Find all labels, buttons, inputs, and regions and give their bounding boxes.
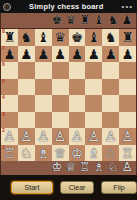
overflow-menu-icon[interactable]: ••• bbox=[122, 0, 133, 13]
black-tray-rook-piece[interactable]: ♜ bbox=[78, 13, 92, 28]
square-h4[interactable] bbox=[119, 95, 136, 112]
square-f8[interactable]: ♝ bbox=[85, 29, 102, 46]
square-b7[interactable]: ♟ bbox=[18, 46, 35, 63]
square-d8[interactable]: ♛ bbox=[52, 29, 69, 46]
rank-label-3: 3 bbox=[2, 112, 5, 117]
square-e4[interactable] bbox=[69, 95, 86, 112]
title-bar: Simply chess board ••• bbox=[0, 0, 137, 13]
black-bishop-piece[interactable]: ♝ bbox=[85, 29, 102, 46]
square-b2[interactable]: ♙ bbox=[18, 128, 35, 145]
black-tray-bishop-piece[interactable]: ♝ bbox=[92, 13, 106, 28]
white-pawn-piece[interactable]: ♙ bbox=[119, 128, 136, 145]
square-a5[interactable]: 5 bbox=[1, 79, 18, 96]
white-pawn-piece[interactable]: ♙ bbox=[102, 128, 119, 145]
white-tray-queen-piece[interactable]: ♕ bbox=[64, 160, 78, 175]
white-knight-piece[interactable]: ♘ bbox=[102, 145, 119, 162]
chess-board: 8♜♞♝♛♚♝♞♜7♟♟♟♟♟♟♟♟65432♙♙♙♙♙♙♙♙1♖♘♗♕♔♗♘♖ bbox=[0, 28, 137, 160]
square-b8[interactable]: ♞ bbox=[18, 29, 35, 46]
square-f3[interactable] bbox=[85, 112, 102, 129]
white-bishop-piece[interactable]: ♗ bbox=[85, 145, 102, 162]
black-king-piece[interactable]: ♚ bbox=[69, 29, 86, 46]
app-logo-icon bbox=[3, 3, 11, 11]
square-e3[interactable] bbox=[69, 112, 86, 129]
black-rook-piece[interactable]: ♜ bbox=[119, 29, 136, 46]
rank-label-5: 5 bbox=[2, 79, 5, 84]
square-h5[interactable] bbox=[119, 79, 136, 96]
square-g4[interactable] bbox=[102, 95, 119, 112]
square-d6[interactable] bbox=[52, 62, 69, 79]
black-knight-piece[interactable]: ♞ bbox=[18, 29, 35, 46]
rank-label-6: 6 bbox=[2, 62, 5, 67]
square-h2[interactable]: ♙ bbox=[119, 128, 136, 145]
app-window: Simply chess board ••• ♚♛♜♝♞♟ 8♜♞♝♛♚♝♞♜7… bbox=[0, 0, 137, 200]
square-d4[interactable] bbox=[52, 95, 69, 112]
black-tray-pawn-piece[interactable]: ♟ bbox=[120, 13, 134, 28]
square-f5[interactable] bbox=[85, 79, 102, 96]
black-pawn-piece[interactable]: ♟ bbox=[35, 46, 52, 63]
square-g6[interactable] bbox=[102, 62, 119, 79]
square-a2[interactable]: 2♙ bbox=[1, 128, 18, 145]
square-a3[interactable]: 3 bbox=[1, 112, 18, 129]
white-pawn-piece[interactable]: ♙ bbox=[52, 128, 69, 145]
square-e5[interactable] bbox=[69, 79, 86, 96]
square-d2[interactable]: ♙ bbox=[52, 128, 69, 145]
square-d3[interactable] bbox=[52, 112, 69, 129]
square-d7[interactable]: ♟ bbox=[52, 46, 69, 63]
white-knight-piece[interactable]: ♘ bbox=[18, 145, 35, 162]
white-pawn-piece[interactable]: ♙ bbox=[69, 128, 86, 145]
square-b1[interactable]: ♘ bbox=[18, 145, 35, 162]
square-c2[interactable]: ♙ bbox=[35, 128, 52, 145]
black-tray-knight-piece[interactable]: ♞ bbox=[106, 13, 120, 28]
white-rook-piece[interactable]: ♖ bbox=[119, 145, 136, 162]
black-tray-king-piece[interactable]: ♚ bbox=[50, 13, 64, 28]
square-d5[interactable] bbox=[52, 79, 69, 96]
square-h8[interactable]: ♜ bbox=[119, 29, 136, 46]
square-a6[interactable]: 6 bbox=[1, 62, 18, 79]
square-h3[interactable] bbox=[119, 112, 136, 129]
square-g5[interactable] bbox=[102, 79, 119, 96]
white-bishop-piece[interactable]: ♗ bbox=[35, 145, 52, 162]
square-b4[interactable] bbox=[18, 95, 35, 112]
black-pawn-piece[interactable]: ♟ bbox=[52, 46, 69, 63]
flip-button[interactable]: Flip bbox=[101, 181, 137, 194]
square-c5[interactable] bbox=[35, 79, 52, 96]
rank-label-8: 8 bbox=[2, 29, 5, 34]
square-f1[interactable]: ♗ bbox=[85, 145, 102, 162]
square-a8[interactable]: 8♜ bbox=[1, 29, 18, 46]
rank-label-2: 2 bbox=[2, 128, 5, 133]
square-c8[interactable]: ♝ bbox=[35, 29, 52, 46]
white-queen-piece[interactable]: ♕ bbox=[52, 145, 69, 162]
square-c3[interactable] bbox=[35, 112, 52, 129]
black-queen-piece[interactable]: ♛ bbox=[52, 29, 69, 46]
black-bishop-piece[interactable]: ♝ bbox=[35, 29, 52, 46]
square-b5[interactable] bbox=[18, 79, 35, 96]
square-c4[interactable] bbox=[35, 95, 52, 112]
square-e7[interactable]: ♟ bbox=[69, 46, 86, 63]
square-a1[interactable]: 1♖ bbox=[1, 145, 18, 162]
white-king-piece[interactable]: ♔ bbox=[69, 145, 86, 162]
white-tray-bishop-piece[interactable]: ♗ bbox=[92, 160, 106, 175]
clear-button[interactable]: Clear bbox=[60, 181, 94, 194]
square-b3[interactable] bbox=[18, 112, 35, 129]
black-pawn-piece[interactable]: ♟ bbox=[119, 46, 136, 63]
square-c1[interactable]: ♗ bbox=[35, 145, 52, 162]
rank-label-4: 4 bbox=[2, 95, 5, 100]
square-g7[interactable]: ♟ bbox=[102, 46, 119, 63]
start-button[interactable]: Start bbox=[11, 181, 53, 194]
black-knight-piece[interactable]: ♞ bbox=[102, 29, 119, 46]
black-pawn-piece[interactable]: ♟ bbox=[102, 46, 119, 63]
white-tray-rook-piece[interactable]: ♖ bbox=[78, 160, 92, 175]
page-title: Simply chess board bbox=[11, 2, 122, 11]
square-g3[interactable] bbox=[102, 112, 119, 129]
white-tray-knight-piece[interactable]: ♘ bbox=[106, 160, 120, 175]
black-tray-queen-piece[interactable]: ♛ bbox=[64, 13, 78, 28]
square-f6[interactable] bbox=[85, 62, 102, 79]
square-f7[interactable]: ♟ bbox=[85, 46, 102, 63]
square-g1[interactable]: ♘ bbox=[102, 145, 119, 162]
black-pawn-piece[interactable]: ♟ bbox=[85, 46, 102, 63]
white-tray-king-piece[interactable]: ♔ bbox=[50, 160, 64, 175]
square-h1[interactable]: ♖ bbox=[119, 145, 136, 162]
white-pawn-piece[interactable]: ♙ bbox=[85, 128, 102, 145]
white-tray-pawn-piece[interactable]: ♙ bbox=[120, 160, 134, 175]
square-e8[interactable]: ♚ bbox=[69, 29, 86, 46]
square-h7[interactable]: ♟ bbox=[119, 46, 136, 63]
square-g8[interactable]: ♞ bbox=[102, 29, 119, 46]
square-a7[interactable]: 7♟ bbox=[1, 46, 18, 63]
square-g2[interactable]: ♙ bbox=[102, 128, 119, 145]
square-e6[interactable] bbox=[69, 62, 86, 79]
square-c6[interactable] bbox=[35, 62, 52, 79]
square-f4[interactable] bbox=[85, 95, 102, 112]
square-a4[interactable]: 4 bbox=[1, 95, 18, 112]
black-pawn-piece[interactable]: ♟ bbox=[18, 46, 35, 63]
black-pawn-piece[interactable]: ♟ bbox=[69, 46, 86, 63]
square-c7[interactable]: ♟ bbox=[35, 46, 52, 63]
black-piece-tray: ♚♛♜♝♞♟ bbox=[0, 13, 137, 28]
white-pawn-piece[interactable]: ♙ bbox=[18, 128, 35, 145]
rank-label-7: 7 bbox=[2, 46, 5, 51]
white-pawn-piece[interactable]: ♙ bbox=[35, 128, 52, 145]
white-piece-tray: ♔♕♖♗♘♙ bbox=[0, 160, 137, 175]
square-h6[interactable] bbox=[119, 62, 136, 79]
square-e1[interactable]: ♔ bbox=[69, 145, 86, 162]
square-f2[interactable]: ♙ bbox=[85, 128, 102, 145]
button-bar: Start Clear Flip bbox=[0, 175, 137, 200]
rank-label-1: 1 bbox=[2, 145, 5, 150]
square-e2[interactable]: ♙ bbox=[69, 128, 86, 145]
square-d1[interactable]: ♕ bbox=[52, 145, 69, 162]
square-b6[interactable] bbox=[18, 62, 35, 79]
